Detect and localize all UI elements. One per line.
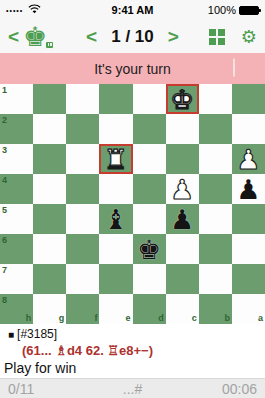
square-g6[interactable] [33, 234, 66, 264]
status-bar: ••••• 9:41 AM 100% [0, 0, 265, 20]
square-h1[interactable]: 1 [0, 84, 33, 114]
square-e6[interactable] [99, 234, 132, 264]
square-h7[interactable]: 7 [0, 264, 33, 294]
puzzle-id-line: ■[#3185] [4, 327, 261, 341]
timer: 00:06 [222, 381, 257, 397]
rank-label-5: 5 [2, 205, 7, 215]
file-label-b: b [224, 313, 230, 323]
square-b5[interactable] [199, 204, 232, 234]
square-g4[interactable] [33, 174, 66, 204]
square-c7[interactable] [166, 264, 199, 294]
chess-board: 1♚23♜♟4♟♟5♝♟6♚78hgfedcba [0, 84, 265, 324]
piece-white-king[interactable]: ♚ [170, 86, 194, 113]
square-h4[interactable]: 4 [0, 174, 33, 204]
objective-text: Play for win [4, 360, 261, 376]
puzzle-info: ■[#3185] (61... ♗d4 62. ♖e8+−) Play for … [0, 324, 265, 378]
square-a4[interactable]: ♟ [232, 174, 265, 204]
settings-gear-button[interactable]: ⚙ [241, 28, 257, 46]
square-d2[interactable] [133, 114, 166, 144]
rank-label-8: 8 [2, 295, 7, 305]
rank-label-7: 7 [2, 265, 7, 275]
square-c4[interactable]: ♟ [166, 174, 199, 204]
square-e5[interactable]: ♝ [99, 204, 132, 234]
back-button[interactable]: < [8, 27, 19, 46]
square-g2[interactable] [33, 114, 66, 144]
square-f5[interactable] [66, 204, 99, 234]
square-a6[interactable] [232, 234, 265, 264]
square-g5[interactable] [33, 204, 66, 234]
piece-black-bishop[interactable]: ♝ [104, 206, 128, 233]
solution-variation: (61... ♗d4 62. ♖e8+−) [4, 343, 261, 358]
square-e8[interactable]: e [99, 294, 132, 324]
square-f8[interactable]: f [66, 294, 99, 324]
file-label-f: f [94, 313, 97, 323]
square-c1[interactable]: ♚ [166, 84, 199, 114]
square-a1[interactable] [232, 84, 265, 114]
piece-white-pawn[interactable]: ♟ [236, 146, 260, 173]
nav-bar: < ♚ < 1 / 10 > ⚙ [0, 20, 265, 53]
file-label-g: g [59, 313, 65, 323]
puzzle-list-grid-button[interactable] [209, 29, 225, 45]
square-e2[interactable] [99, 114, 132, 144]
square-f3[interactable] [66, 144, 99, 174]
file-label-a: a [258, 313, 263, 323]
square-g7[interactable] [33, 264, 66, 294]
square-d5[interactable] [133, 204, 166, 234]
rank-label-1: 1 [2, 85, 7, 95]
logo-badge [45, 41, 54, 49]
prev-puzzle-button[interactable]: < [86, 27, 97, 46]
puzzle-counter: 1 / 10 [111, 27, 154, 47]
square-f6[interactable] [66, 234, 99, 264]
turn-message: It's your turn [94, 61, 171, 77]
square-d4[interactable] [133, 174, 166, 204]
battery-percent: 100% [208, 4, 236, 16]
square-e1[interactable] [99, 84, 132, 114]
square-b1[interactable] [199, 84, 232, 114]
square-e4[interactable] [99, 174, 132, 204]
square-e3[interactable]: ♜ [99, 144, 132, 174]
battery-icon [239, 6, 259, 15]
square-a3[interactable]: ♟ [232, 144, 265, 174]
square-h3[interactable]: 3 [0, 144, 33, 174]
file-label-d: d [158, 313, 164, 323]
piece-white-rook[interactable]: ♜ [104, 146, 128, 173]
square-d6[interactable]: ♚ [133, 234, 166, 264]
square-h6[interactable]: 6 [0, 234, 33, 264]
rank-label-6: 6 [2, 235, 7, 245]
rank-label-4: 4 [2, 175, 7, 185]
square-a7[interactable] [232, 264, 265, 294]
piece-white-pawn[interactable]: ♟ [170, 176, 194, 203]
app-logo-king-icon[interactable]: ♚ [23, 22, 53, 52]
piece-black-pawn[interactable]: ♟ [170, 206, 194, 233]
piece-black-king[interactable]: ♚ [137, 236, 161, 263]
square-c6[interactable] [166, 234, 199, 264]
square-g1[interactable] [33, 84, 66, 114]
square-a5[interactable] [232, 204, 265, 234]
square-b8[interactable]: b [199, 294, 232, 324]
square-b3[interactable] [199, 144, 232, 174]
square-d7[interactable] [133, 264, 166, 294]
bottom-status-bar: 0/11 ...# 00:06 [0, 378, 265, 398]
square-b2[interactable] [199, 114, 232, 144]
square-b4[interactable] [199, 174, 232, 204]
rank-label-3: 3 [2, 145, 7, 155]
square-d1[interactable] [133, 84, 166, 114]
black-square-bullet: ■ [8, 329, 14, 340]
square-a8[interactable]: a [232, 294, 265, 324]
square-c5[interactable]: ♟ [166, 204, 199, 234]
square-d3[interactable] [133, 144, 166, 174]
square-c3[interactable] [166, 144, 199, 174]
square-f2[interactable] [66, 114, 99, 144]
square-a2[interactable] [232, 114, 265, 144]
square-f4[interactable] [66, 174, 99, 204]
square-b6[interactable] [199, 234, 232, 264]
square-c2[interactable] [166, 114, 199, 144]
square-f1[interactable] [66, 84, 99, 114]
computer-opponent-icon[interactable] [233, 59, 257, 77]
square-h5[interactable]: 5 [0, 204, 33, 234]
turn-banner: It's your turn [0, 53, 265, 84]
square-d8[interactable]: d [133, 294, 166, 324]
piece-black-pawn[interactable]: ♟ [236, 176, 260, 203]
file-label-c: c [192, 313, 197, 323]
square-f7[interactable] [66, 264, 99, 294]
square-b7[interactable] [199, 264, 232, 294]
rank-label-2: 2 [2, 115, 7, 125]
file-label-e: e [125, 313, 130, 323]
square-e7[interactable] [99, 264, 132, 294]
next-puzzle-button[interactable]: > [168, 27, 179, 46]
square-h8[interactable]: 8h [0, 294, 33, 324]
puzzle-id: [#3185] [17, 327, 57, 341]
square-g3[interactable] [33, 144, 66, 174]
square-g8[interactable]: g [33, 294, 66, 324]
square-c8[interactable]: c [166, 294, 199, 324]
square-h2[interactable]: 2 [0, 114, 33, 144]
file-label-h: h [26, 313, 32, 323]
